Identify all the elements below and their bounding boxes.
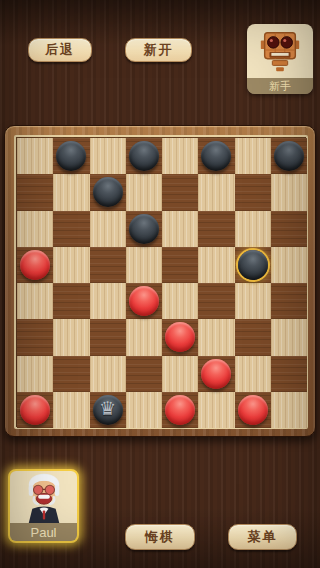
- new-game-button[interactable]: 新开: [125, 38, 192, 62]
- board-square[interactable]: [198, 211, 234, 247]
- black-checker-piece[interactable]: [129, 214, 159, 244]
- board-square[interactable]: [90, 356, 126, 392]
- opponent-card: 新手: [247, 24, 313, 94]
- black-checker-piece[interactable]: [274, 141, 304, 171]
- board-square[interactable]: [271, 247, 307, 283]
- board-square[interactable]: [126, 247, 162, 283]
- black-checker-piece[interactable]: [56, 141, 86, 171]
- board-square[interactable]: [90, 174, 126, 210]
- board-square[interactable]: [235, 392, 271, 428]
- board-square[interactable]: [53, 319, 89, 355]
- board-square[interactable]: [90, 319, 126, 355]
- board-square[interactable]: [17, 319, 53, 355]
- board-square[interactable]: [162, 138, 198, 174]
- board-square[interactable]: [53, 174, 89, 210]
- board-square[interactable]: [90, 138, 126, 174]
- board-square[interactable]: [271, 319, 307, 355]
- red-checker-piece[interactable]: [165, 322, 195, 352]
- undo-move-button[interactable]: 悔棋: [125, 524, 195, 550]
- board-square[interactable]: [162, 356, 198, 392]
- board-square[interactable]: [126, 319, 162, 355]
- board-square[interactable]: [90, 283, 126, 319]
- player-avatar-icon: [10, 471, 77, 523]
- board-inner-bevel: ♛: [14, 135, 308, 429]
- robot-avatar-icon: [247, 24, 313, 78]
- board-square[interactable]: [17, 356, 53, 392]
- board-square[interactable]: [53, 247, 89, 283]
- board-square[interactable]: [126, 211, 162, 247]
- board-square[interactable]: [271, 283, 307, 319]
- board-square[interactable]: [198, 356, 234, 392]
- board-square[interactable]: [126, 283, 162, 319]
- board-square[interactable]: [235, 211, 271, 247]
- board-square[interactable]: [198, 247, 234, 283]
- board-square[interactable]: [198, 319, 234, 355]
- red-checker-piece[interactable]: [20, 250, 50, 280]
- board-square[interactable]: [162, 283, 198, 319]
- board-square[interactable]: ♛: [90, 392, 126, 428]
- board-square[interactable]: [198, 174, 234, 210]
- board-square[interactable]: [162, 392, 198, 428]
- board-square[interactable]: [126, 392, 162, 428]
- board-square[interactable]: [53, 211, 89, 247]
- board-square[interactable]: [53, 356, 89, 392]
- menu-button[interactable]: 菜单: [228, 524, 297, 550]
- red-checker-piece[interactable]: [165, 395, 195, 425]
- board-square[interactable]: [235, 283, 271, 319]
- board-square[interactable]: [235, 138, 271, 174]
- board-square[interactable]: [271, 356, 307, 392]
- player-name-label: Paul: [10, 523, 77, 541]
- board-square[interactable]: [17, 392, 53, 428]
- board-square[interactable]: [198, 138, 234, 174]
- board-square[interactable]: [90, 247, 126, 283]
- opponent-name-label: 新手: [247, 78, 313, 94]
- black-checker-piece[interactable]: [93, 177, 123, 207]
- board-square[interactable]: [235, 174, 271, 210]
- board-square[interactable]: [235, 247, 271, 283]
- red-checker-piece[interactable]: [20, 395, 50, 425]
- board-square[interactable]: [126, 174, 162, 210]
- board-square[interactable]: [53, 392, 89, 428]
- board-square[interactable]: [53, 138, 89, 174]
- black-checker-piece[interactable]: [238, 250, 268, 280]
- board-square[interactable]: [90, 211, 126, 247]
- red-checker-piece[interactable]: [201, 359, 231, 389]
- red-checker-piece[interactable]: [129, 286, 159, 316]
- board-square[interactable]: [126, 138, 162, 174]
- board-square[interactable]: [17, 247, 53, 283]
- board-square[interactable]: [162, 319, 198, 355]
- board-square[interactable]: [235, 356, 271, 392]
- red-checker-piece[interactable]: [238, 395, 268, 425]
- checkers-board: ♛: [17, 138, 307, 428]
- board-square[interactable]: [198, 392, 234, 428]
- board-square[interactable]: [17, 211, 53, 247]
- board-square[interactable]: [162, 211, 198, 247]
- king-crown-icon: ♛: [99, 399, 116, 418]
- board-square[interactable]: [17, 174, 53, 210]
- board-square[interactable]: [126, 356, 162, 392]
- board-square[interactable]: [271, 211, 307, 247]
- board-square[interactable]: [162, 247, 198, 283]
- board-square[interactable]: [271, 174, 307, 210]
- black-king-piece[interactable]: ♛: [93, 395, 123, 425]
- board-square[interactable]: [235, 319, 271, 355]
- player-card: Paul: [8, 469, 79, 543]
- board-square[interactable]: [17, 283, 53, 319]
- board-square[interactable]: [198, 283, 234, 319]
- board-frame: ♛: [4, 125, 316, 437]
- back-button[interactable]: 后退: [28, 38, 92, 62]
- board-square[interactable]: [17, 138, 53, 174]
- board-square[interactable]: [271, 392, 307, 428]
- board-square[interactable]: [162, 174, 198, 210]
- black-checker-piece[interactable]: [129, 141, 159, 171]
- board-square[interactable]: [53, 283, 89, 319]
- board-square[interactable]: [271, 138, 307, 174]
- black-checker-piece[interactable]: [201, 141, 231, 171]
